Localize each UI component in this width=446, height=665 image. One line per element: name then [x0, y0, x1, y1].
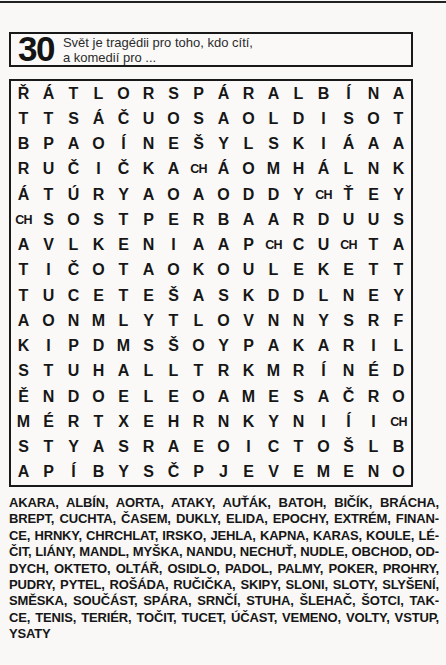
grid-cell[interactable]: Á — [311, 157, 336, 182]
grid-cell[interactable]: O — [361, 106, 386, 131]
word-list-line: CE, HRNKY, CHRCHLAT, IRSKO, JEHLA, KAPNA… — [9, 528, 439, 544]
grid-cell[interactable]: Í — [336, 81, 361, 106]
word-list-line: PUDRY, PYTEL, ROŠÁDA, RUČIČKA, SKIPY, SL… — [9, 577, 439, 593]
grid-cell[interactable]: E — [186, 435, 211, 460]
grid-cell[interactable]: R — [186, 409, 211, 434]
grid-cell[interactable]: I — [311, 409, 336, 434]
grid-cell[interactable]: Y — [386, 283, 411, 308]
grid-cell[interactable]: S — [86, 207, 111, 232]
grid-cell[interactable]: O — [386, 384, 411, 409]
grid-cell[interactable]: A — [186, 182, 211, 207]
grid-cell[interactable]: U — [36, 157, 61, 182]
grid-cell[interactable]: N — [136, 132, 161, 157]
grid-cell[interactable]: I — [86, 157, 111, 182]
grid-cell[interactable]: N — [361, 460, 386, 485]
grid-cell[interactable]: S — [286, 384, 311, 409]
grid-cell[interactable]: D — [261, 283, 286, 308]
grid-cell[interactable]: CH — [261, 233, 286, 258]
grid-cell[interactable]: O — [186, 384, 211, 409]
grid-cell[interactable]: P — [36, 460, 61, 485]
grid-cell[interactable]: C — [61, 283, 86, 308]
grid-cell[interactable]: A — [261, 334, 286, 359]
grid-cell[interactable]: E — [261, 384, 286, 409]
grid-cell[interactable]: A — [361, 132, 386, 157]
grid-cell[interactable]: B — [311, 81, 336, 106]
grid-cell[interactable]: Á — [211, 81, 236, 106]
grid-cell[interactable]: N — [361, 157, 386, 182]
grid-cell[interactable]: T — [36, 359, 61, 384]
grid-cell[interactable]: Á — [211, 157, 236, 182]
grid-cell[interactable]: O — [161, 182, 186, 207]
grid-cell[interactable]: N — [336, 283, 361, 308]
grid-cell[interactable]: S — [336, 308, 361, 333]
grid-cell[interactable]: O — [86, 258, 111, 283]
grid-cell[interactable]: T — [111, 258, 136, 283]
grid-cell[interactable]: T — [36, 182, 61, 207]
grid-cell[interactable]: O — [236, 106, 261, 131]
grid-cell[interactable]: B — [11, 132, 36, 157]
grid-cell[interactable]: B — [211, 207, 236, 232]
grid-cell[interactable]: O — [161, 106, 186, 131]
grid-cell[interactable]: K — [86, 233, 111, 258]
grid-cell[interactable]: S — [161, 81, 186, 106]
grid-cell[interactable]: E — [136, 283, 161, 308]
grid-cell[interactable]: P — [236, 233, 261, 258]
grid-cell[interactable]: S — [11, 359, 36, 384]
grid-cell[interactable]: Y — [111, 460, 136, 485]
grid-cell[interactable]: L — [136, 384, 161, 409]
grid-cell[interactable]: S — [261, 132, 286, 157]
grid-cell[interactable]: O — [311, 435, 336, 460]
grid-cell[interactable]: I — [311, 132, 336, 157]
grid-cell[interactable]: O — [36, 308, 61, 333]
grid-cell[interactable]: O — [386, 460, 411, 485]
grid-cell[interactable]: CH — [186, 157, 211, 182]
grid-cell[interactable]: I — [311, 106, 336, 131]
grid-cell[interactable]: T — [61, 81, 86, 106]
grid-cell[interactable]: A — [161, 435, 186, 460]
grid-cell[interactable]: M — [311, 460, 336, 485]
grid-cell[interactable]: M — [111, 334, 136, 359]
grid-cell[interactable]: A — [186, 283, 211, 308]
grid-cell[interactable]: D — [311, 207, 336, 232]
grid-cell[interactable]: U — [236, 258, 261, 283]
grid-cell[interactable]: Č — [61, 258, 86, 283]
grid-cell[interactable]: A — [61, 132, 86, 157]
grid-cell[interactable]: R — [361, 308, 386, 333]
grid-cell[interactable]: T — [361, 233, 386, 258]
grid-cell[interactable]: R — [186, 207, 211, 232]
grid-cell[interactable]: R — [286, 359, 311, 384]
grid-cell[interactable]: U — [336, 207, 361, 232]
grid-cell[interactable]: D — [261, 182, 286, 207]
grid-cell[interactable]: A — [111, 359, 136, 384]
grid-cell[interactable]: D — [236, 182, 261, 207]
grid-cell[interactable]: O — [111, 81, 136, 106]
grid-cell[interactable]: A — [136, 258, 161, 283]
grid-cell[interactable]: O — [211, 435, 236, 460]
grid-cell[interactable]: S — [11, 435, 36, 460]
grid-cell[interactable]: Y — [286, 182, 311, 207]
grid-cell[interactable]: A — [211, 233, 236, 258]
grid-cell[interactable]: A — [161, 157, 186, 182]
grid-cell[interactable]: L — [311, 283, 336, 308]
grid-cell[interactable]: Ř — [11, 81, 36, 106]
grid-cell[interactable]: V — [36, 233, 61, 258]
word-list-line: CE, TENIS, TERIÉR, TOČIT, TUCET, ÚČAST, … — [9, 610, 439, 626]
grid-cell[interactable]: N — [286, 409, 311, 434]
grid-cell[interactable]: K — [286, 334, 311, 359]
grid-cell[interactable]: T — [111, 207, 136, 232]
clue-line-1: Svět je tragédii pro toho, kdo cítí, — [63, 35, 253, 50]
grid-cell[interactable]: X — [111, 409, 136, 434]
word-list-line: AKARA, ALBÍN, AORTA, ATAKY, AUŤÁK, BATOH… — [9, 495, 439, 511]
grid-cell[interactable]: O — [86, 132, 111, 157]
grid-cell[interactable]: R — [11, 157, 36, 182]
grid-cell[interactable]: J — [211, 460, 236, 485]
grid-cell[interactable]: N — [136, 233, 161, 258]
grid-cell[interactable]: T — [111, 283, 136, 308]
grid-cell[interactable]: I — [36, 334, 61, 359]
grid-cell[interactable]: K — [136, 157, 161, 182]
grid-cell[interactable]: D — [286, 283, 311, 308]
grid-cell[interactable]: Í — [111, 132, 136, 157]
grid-cell[interactable]: S — [136, 334, 161, 359]
grid-cell[interactable]: N — [36, 384, 61, 409]
grid-cell[interactable]: O — [61, 207, 86, 232]
grid-cell[interactable]: É — [361, 359, 386, 384]
grid-cell[interactable]: L — [361, 435, 386, 460]
grid-cell[interactable]: T — [161, 308, 186, 333]
grid-cell[interactable]: E — [136, 409, 161, 434]
grid-cell[interactable]: Č — [111, 106, 136, 131]
grid-cell[interactable]: S — [386, 207, 411, 232]
grid-cell[interactable]: K — [11, 334, 36, 359]
grid-cell[interactable]: Á — [36, 81, 61, 106]
grid-cell[interactable]: M — [11, 409, 36, 434]
puzzle-clue: Svět je tragédii pro toho, kdo cítí, a k… — [63, 34, 253, 65]
grid-cell[interactable]: U — [61, 359, 86, 384]
grid-cell[interactable]: CH — [311, 182, 336, 207]
grid-cell[interactable]: L — [286, 81, 311, 106]
grid-cell[interactable]: CH — [386, 409, 411, 434]
grid-cell[interactable]: E — [286, 460, 311, 485]
grid-cell[interactable]: U — [136, 106, 161, 131]
grid-cell[interactable]: A — [386, 233, 411, 258]
grid-cell[interactable]: K — [236, 283, 261, 308]
page-top-rule — [0, 1, 446, 3]
grid-cell[interactable]: T — [86, 409, 111, 434]
grid-cell[interactable]: S — [61, 106, 86, 131]
grid-cell[interactable]: A — [261, 81, 286, 106]
grid-cell[interactable]: E — [286, 258, 311, 283]
grid-cell[interactable]: A — [11, 233, 36, 258]
grid-cell[interactable]: N — [261, 308, 286, 333]
grid-cell[interactable]: E — [86, 283, 111, 308]
grid-cell[interactable]: Á — [336, 132, 361, 157]
grid-cell[interactable]: T — [11, 106, 36, 131]
grid-cell[interactable]: L — [111, 308, 136, 333]
grid-cell[interactable]: Č — [61, 157, 86, 182]
grid-cell[interactable]: R — [136, 81, 161, 106]
grid-cell[interactable]: L — [161, 359, 186, 384]
grid-cell[interactable]: T — [386, 106, 411, 131]
grid-cell[interactable]: B — [386, 435, 411, 460]
grid-cell[interactable]: L — [336, 157, 361, 182]
grid-cell[interactable]: C — [286, 233, 311, 258]
grid-cell[interactable]: H — [161, 409, 186, 434]
grid-cell[interactable]: R — [136, 435, 161, 460]
grid-cell[interactable]: Š — [161, 283, 186, 308]
grid-cell[interactable]: O — [161, 258, 186, 283]
grid-cell[interactable]: Š — [186, 132, 211, 157]
grid-cell[interactable]: L — [236, 132, 261, 157]
grid-cell[interactable]: E — [361, 283, 386, 308]
puzzle-number: 30 — [11, 31, 63, 68]
word-list-line: SMĚSKA, SOUČÁST, SPÁRA, SRNČÍ, STUHA, ŠL… — [9, 593, 439, 609]
grid-cell[interactable]: V — [261, 460, 286, 485]
grid-cell[interactable]: V — [236, 308, 261, 333]
grid-cell[interactable]: K — [186, 258, 211, 283]
grid-cell[interactable]: A — [311, 384, 336, 409]
grid-cell[interactable]: CH — [336, 233, 361, 258]
grid-cell[interactable]: S — [136, 460, 161, 485]
grid-cell[interactable]: L — [386, 334, 411, 359]
grid-cell[interactable]: L — [61, 233, 86, 258]
grid-cell[interactable]: S — [211, 283, 236, 308]
grid-cell[interactable]: É — [36, 409, 61, 434]
grid-cell[interactable]: P — [136, 207, 161, 232]
grid-cell[interactable]: S — [36, 207, 61, 232]
grid-cell[interactable]: R — [236, 81, 261, 106]
grid-cell[interactable]: R — [336, 334, 361, 359]
grid-cell[interactable]: Č — [336, 384, 361, 409]
grid-cell[interactable]: Í — [61, 460, 86, 485]
grid-cell[interactable]: CH — [11, 207, 36, 232]
grid-cell[interactable]: A — [211, 384, 236, 409]
grid-cell[interactable]: E — [111, 384, 136, 409]
grid-cell[interactable]: M — [236, 384, 261, 409]
grid-cell[interactable]: N — [61, 308, 86, 333]
grid-cell[interactable]: S — [111, 435, 136, 460]
grid-cell[interactable]: K — [236, 359, 261, 384]
grid-cell[interactable]: K — [386, 157, 411, 182]
grid-cell[interactable]: O — [211, 308, 236, 333]
grid-cell[interactable]: A — [386, 81, 411, 106]
grid-cell[interactable]: U — [311, 233, 336, 258]
word-list: AKARA, ALBÍN, AORTA, ATAKY, AUŤÁK, BATOH… — [9, 495, 439, 643]
grid-cell[interactable]: T — [386, 258, 411, 283]
grid-cell[interactable]: A — [136, 182, 161, 207]
grid-cell[interactable]: O — [86, 384, 111, 409]
grid-cell[interactable]: E — [161, 207, 186, 232]
grid-cell[interactable]: Š — [161, 334, 186, 359]
grid-cell[interactable]: I — [361, 409, 386, 434]
grid-cell[interactable]: N — [336, 359, 361, 384]
grid-cell[interactable]: T — [36, 106, 61, 131]
grid-cell[interactable]: I — [36, 258, 61, 283]
grid-cell[interactable]: Č — [111, 157, 136, 182]
grid-cell[interactable]: Ť — [336, 182, 361, 207]
grid-cell[interactable]: A — [211, 106, 236, 131]
grid-cell[interactable]: I — [161, 233, 186, 258]
grid-cell[interactable]: L — [86, 81, 111, 106]
grid-cell[interactable]: K — [236, 409, 261, 434]
grid-cell[interactable]: D — [386, 359, 411, 384]
grid-cell[interactable]: P — [61, 334, 86, 359]
grid-cell[interactable]: N — [286, 308, 311, 333]
grid-cell[interactable]: A — [311, 334, 336, 359]
grid-cell[interactable]: K — [311, 258, 336, 283]
grid-cell[interactable]: D — [86, 334, 111, 359]
grid-cell[interactable]: A — [186, 233, 211, 258]
puzzle-header: 30 Svět je tragédii pro toho, kdo cítí, … — [9, 32, 413, 67]
grid-cell[interactable]: T — [186, 359, 211, 384]
grid-cell[interactable]: Á — [11, 182, 36, 207]
grid-cell[interactable]: R — [286, 207, 311, 232]
grid-cell[interactable]: U — [361, 207, 386, 232]
grid-cell[interactable]: Ě — [11, 384, 36, 409]
grid-cell[interactable]: D — [61, 384, 86, 409]
grid-cell[interactable]: T — [36, 435, 61, 460]
grid-cell[interactable]: A — [386, 132, 411, 157]
grid-cell[interactable]: T — [286, 435, 311, 460]
grid-cell[interactable]: Í — [336, 409, 361, 434]
grid-cell[interactable]: S — [336, 106, 361, 131]
grid-cell[interactable]: A — [236, 207, 261, 232]
grid-cell[interactable]: L — [261, 106, 286, 131]
grid-cell[interactable]: R — [86, 182, 111, 207]
grid-cell[interactable]: Á — [86, 106, 111, 131]
grid-cell[interactable]: A — [11, 460, 36, 485]
grid-cell[interactable]: T — [11, 258, 36, 283]
grid-cell[interactable]: Y — [61, 435, 86, 460]
grid-cell[interactable]: Š — [336, 435, 361, 460]
grid-cell[interactable]: Y — [261, 409, 286, 434]
grid-cell[interactable]: I — [236, 435, 261, 460]
word-list-line: ČIT, LIÁNY, MANDL, MYŠKA, NANDU, NECHUŤ,… — [9, 544, 439, 560]
grid-cell[interactable]: E — [236, 460, 261, 485]
grid-cell[interactable]: Y — [111, 182, 136, 207]
grid-cell[interactable]: M — [86, 308, 111, 333]
grid-cell[interactable]: P — [36, 132, 61, 157]
grid-cell[interactable]: Y — [386, 182, 411, 207]
letter-grid: ŘÁTLORSPÁRALBÍNATTSÁČUOSAOLDISOTBPAOÍNEŠ… — [9, 79, 413, 487]
grid-cell[interactable]: N — [361, 81, 386, 106]
grid-cell[interactable]: Y — [211, 132, 236, 157]
grid-cell[interactable]: Y — [136, 308, 161, 333]
word-list-line: DYCH, OKTETO, OLTÁŘ, OSIDLO, PADOL, PALM… — [9, 561, 439, 577]
grid-cell[interactable]: O — [211, 182, 236, 207]
grid-cell[interactable]: U — [36, 283, 61, 308]
clue-line-2: a komedií pro ... — [63, 50, 253, 65]
grid-cell[interactable]: T — [11, 283, 36, 308]
grid-cell[interactable]: D — [286, 106, 311, 131]
grid-cell[interactable]: Ú — [61, 182, 86, 207]
grid-cell[interactable]: N — [211, 409, 236, 434]
grid-cell[interactable]: F — [386, 308, 411, 333]
grid-cell[interactable]: K — [286, 132, 311, 157]
grid-cell[interactable]: Y — [211, 334, 236, 359]
grid-cell[interactable]: O — [236, 157, 261, 182]
grid-cell[interactable]: A — [261, 207, 286, 232]
grid-cell[interactable]: Í — [311, 359, 336, 384]
grid-cell[interactable]: M — [261, 359, 286, 384]
grid-cell[interactable]: E — [161, 132, 186, 157]
grid-cell[interactable]: R — [361, 384, 386, 409]
grid-cell[interactable]: H — [86, 359, 111, 384]
grid-cell[interactable]: E — [361, 182, 386, 207]
grid-cell[interactable]: Č — [161, 460, 186, 485]
grid-cell[interactable]: O — [211, 258, 236, 283]
grid-cell[interactable]: E — [336, 258, 361, 283]
word-list-line: BREPT, CUCHTA, ČASEM, DUKLY, ELIDA, EPOC… — [9, 511, 439, 527]
grid-cell[interactable]: T — [361, 258, 386, 283]
grid-cell[interactable]: E — [111, 233, 136, 258]
grid-cell[interactable]: L — [186, 308, 211, 333]
grid-cell[interactable]: L — [136, 359, 161, 384]
grid-cell[interactable]: I — [361, 334, 386, 359]
grid-cell[interactable]: P — [186, 81, 211, 106]
grid-cell[interactable]: R — [211, 359, 236, 384]
grid-cell[interactable]: M — [261, 157, 286, 182]
grid-cell[interactable]: A — [11, 308, 36, 333]
word-list-line: YSATY — [9, 626, 439, 642]
grid-cell[interactable]: B — [86, 460, 111, 485]
grid-cell[interactable]: H — [286, 157, 311, 182]
grid-cell[interactable]: E — [336, 460, 361, 485]
grid-cell[interactable]: P — [236, 334, 261, 359]
grid-cell[interactable]: P — [186, 460, 211, 485]
grid-cell[interactable]: O — [186, 334, 211, 359]
grid-cell[interactable]: E — [161, 384, 186, 409]
grid-cell[interactable]: L — [261, 258, 286, 283]
grid-cell[interactable]: Y — [311, 308, 336, 333]
grid-cell[interactable]: A — [86, 435, 111, 460]
grid-cell[interactable]: S — [186, 106, 211, 131]
grid-cell[interactable]: C — [261, 435, 286, 460]
grid-cell[interactable]: R — [61, 409, 86, 434]
